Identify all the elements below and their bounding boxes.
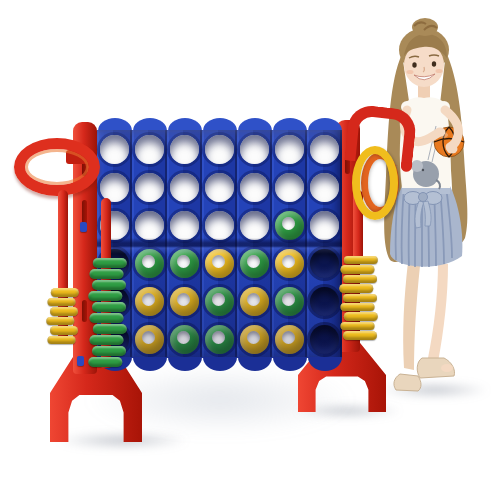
empty-hole [135, 135, 164, 164]
product-photo [0, 0, 500, 500]
empty-hole [310, 287, 339, 316]
empty-hole [310, 211, 339, 240]
ring-stack-green [91, 258, 125, 367]
empty-hole [310, 249, 339, 278]
frame-clip [77, 356, 84, 366]
empty-hole [240, 173, 269, 202]
board-cell-r6c5 [237, 320, 272, 358]
yellow-ring [50, 326, 78, 335]
yellow-ring [50, 307, 78, 316]
board-cell-r4c7 [307, 244, 342, 282]
green-disc [275, 287, 304, 316]
ring-stack-yellow-left [49, 288, 77, 344]
board-cell-r1c2 [132, 130, 167, 168]
board-cell-r5c5 [237, 282, 272, 320]
game-frame [0, 0, 500, 500]
empty-hole [170, 135, 199, 164]
green-disc [205, 325, 234, 354]
yellow-disc [135, 287, 164, 316]
empty-hole [310, 135, 339, 164]
green-ring [88, 291, 122, 301]
board-cell-r3c2 [132, 206, 167, 244]
board-cell-r5c2 [132, 282, 167, 320]
board-cell-r5c7 [307, 282, 342, 320]
edge-scallop [238, 357, 272, 371]
empty-hole [135, 173, 164, 202]
board-cell-r1c3 [167, 130, 202, 168]
edge-scallop [168, 357, 202, 371]
board-cell-r1c7 [307, 130, 342, 168]
board-bottom-edge [97, 357, 342, 371]
yellow-ring [51, 288, 79, 297]
board-cell-r5c3 [167, 282, 202, 320]
board-cell-r4c3 [167, 244, 202, 282]
board-cell-r6c3 [167, 320, 202, 358]
yellow-ring [343, 331, 377, 339]
yellow-ring [48, 298, 76, 307]
board-cell-r5c4 [202, 282, 237, 320]
frame-clip [80, 222, 87, 232]
yellow-disc [240, 325, 269, 354]
board-cell-r6c2 [132, 320, 167, 358]
basketball-hoop [14, 138, 100, 196]
empty-hole [205, 211, 234, 240]
green-disc [170, 325, 199, 354]
green-ring [90, 313, 124, 323]
yellow-ring [341, 265, 375, 273]
empty-hole [135, 211, 164, 240]
edge-scallop [133, 357, 167, 371]
green-disc [170, 249, 199, 278]
yellow-ring [343, 275, 377, 283]
edge-scallop [203, 357, 237, 371]
board-cell-r1c5 [237, 130, 272, 168]
post-slot [82, 300, 87, 322]
yellow-ring [344, 256, 378, 264]
board-cell-r4c6 [272, 244, 307, 282]
green-ring [92, 302, 126, 312]
yellow-disc [275, 249, 304, 278]
board-cell-r6c7 [307, 320, 342, 358]
empty-hole [275, 135, 304, 164]
green-ring [93, 324, 127, 334]
board-cell-r3c5 [237, 206, 272, 244]
hanging-ring-yellow [352, 146, 398, 220]
yellow-ring [341, 322, 375, 330]
yellow-disc [135, 325, 164, 354]
board-cell-r3c7 [307, 206, 342, 244]
empty-hole [310, 325, 339, 354]
empty-hole [240, 211, 269, 240]
board-cell-r2c7 [307, 168, 342, 206]
empty-hole [205, 173, 234, 202]
board-cell-r4c4 [202, 244, 237, 282]
board-cell-r1c1 [97, 130, 132, 168]
empty-hole [100, 135, 129, 164]
board-cell-r4c2 [132, 244, 167, 282]
yellow-ring [46, 317, 74, 326]
yellow-ring [48, 336, 76, 345]
yellow-ring [344, 312, 378, 320]
board-cell-r1c4 [202, 130, 237, 168]
green-disc [275, 211, 304, 240]
board-cell-r3c6 [272, 206, 307, 244]
empty-hole [205, 135, 234, 164]
green-ring [93, 258, 127, 268]
green-disc [205, 287, 234, 316]
yellow-ring [339, 284, 373, 292]
game-board [97, 130, 342, 358]
green-ring [90, 269, 124, 279]
board-cell-r2c5 [237, 168, 272, 206]
board-cell-r4c5 [237, 244, 272, 282]
green-disc [135, 249, 164, 278]
empty-hole [240, 135, 269, 164]
yellow-ring [341, 303, 375, 311]
empty-hole [310, 173, 339, 202]
board-cell-r3c3 [167, 206, 202, 244]
board-cell-r6c4 [202, 320, 237, 358]
board-cell-r3c4 [202, 206, 237, 244]
green-ring [92, 346, 126, 356]
edge-scallop [308, 357, 342, 371]
empty-hole [170, 211, 199, 240]
empty-hole [275, 173, 304, 202]
board-cell-r2c3 [167, 168, 202, 206]
board-holes [97, 130, 342, 358]
yellow-disc [205, 249, 234, 278]
board-cell-r2c6 [272, 168, 307, 206]
ring-stack-yellow-right [342, 256, 376, 340]
yellow-disc [240, 287, 269, 316]
green-ring [90, 335, 124, 345]
green-disc [240, 249, 269, 278]
empty-hole [170, 173, 199, 202]
green-ring [88, 357, 122, 367]
board-cell-r1c6 [272, 130, 307, 168]
board-cell-r6c6 [272, 320, 307, 358]
yellow-disc [170, 287, 199, 316]
edge-scallop [273, 357, 307, 371]
yellow-ring [343, 294, 377, 302]
board-cell-r2c4 [202, 168, 237, 206]
green-ring [92, 280, 126, 290]
board-cell-r5c6 [272, 282, 307, 320]
board-cell-r2c2 [132, 168, 167, 206]
yellow-disc [275, 325, 304, 354]
